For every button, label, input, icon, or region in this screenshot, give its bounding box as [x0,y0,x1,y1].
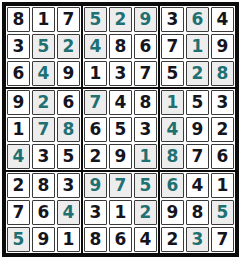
cell-r2c3[interactable]: 2 [57,34,80,59]
sudoku-board: 8173526495294861373647195289261784357486… [2,2,239,257]
box-7: 283764591 [5,171,82,254]
cell-r3c8[interactable]: 2 [186,61,209,86]
cell-r6c1[interactable]: 4 [7,144,30,169]
cell-r5c5[interactable]: 5 [109,117,132,142]
cell-r4c8[interactable]: 5 [186,90,209,115]
cell-r8c2[interactable]: 6 [32,200,55,225]
box-4: 926178435 [5,88,82,171]
cell-r8c5[interactable]: 1 [109,200,132,225]
cell-r6c4[interactable]: 2 [84,144,107,169]
box-1: 817352649 [5,5,82,88]
cell-r7c8[interactable]: 4 [186,173,209,198]
cell-r1c6[interactable]: 9 [134,7,157,32]
cell-r4c7[interactable]: 1 [161,90,184,115]
cell-r7c9[interactable]: 1 [211,173,234,198]
cell-r8c4[interactable]: 3 [84,200,107,225]
cell-r9c1[interactable]: 5 [7,227,30,252]
cell-r4c3[interactable]: 6 [57,90,80,115]
cell-r5c4[interactable]: 6 [84,117,107,142]
cell-r5c3[interactable]: 8 [57,117,80,142]
cell-r2c1[interactable]: 3 [7,34,30,59]
cell-r4c2[interactable]: 2 [32,90,55,115]
cell-r8c1[interactable]: 7 [7,200,30,225]
cell-r7c7[interactable]: 6 [161,173,184,198]
cell-r7c4[interactable]: 9 [84,173,107,198]
cell-r1c2[interactable]: 1 [32,7,55,32]
cell-r3c5[interactable]: 3 [109,61,132,86]
box-5: 748653291 [82,88,159,171]
cell-r2c9[interactable]: 9 [211,34,234,59]
cell-r3c1[interactable]: 6 [7,61,30,86]
cell-r6c2[interactable]: 3 [32,144,55,169]
cell-r9c8[interactable]: 3 [186,227,209,252]
cell-r8c3[interactable]: 4 [57,200,80,225]
box-8: 975312864 [82,171,159,254]
cell-r2c8[interactable]: 1 [186,34,209,59]
cell-r9c2[interactable]: 9 [32,227,55,252]
cell-r9c6[interactable]: 4 [134,227,157,252]
cell-r3c4[interactable]: 1 [84,61,107,86]
box-3: 364719528 [159,5,236,88]
cell-r4c6[interactable]: 8 [134,90,157,115]
cell-r7c5[interactable]: 7 [109,173,132,198]
cell-r7c6[interactable]: 5 [134,173,157,198]
cell-r3c7[interactable]: 5 [161,61,184,86]
cell-r6c3[interactable]: 5 [57,144,80,169]
cell-r6c5[interactable]: 9 [109,144,132,169]
cell-r7c1[interactable]: 2 [7,173,30,198]
cell-r8c6[interactable]: 2 [134,200,157,225]
cell-r8c7[interactable]: 9 [161,200,184,225]
cell-r9c7[interactable]: 2 [161,227,184,252]
cell-r3c3[interactable]: 9 [57,61,80,86]
cell-r7c2[interactable]: 8 [32,173,55,198]
cell-r5c8[interactable]: 9 [186,117,209,142]
cell-r6c6[interactable]: 1 [134,144,157,169]
sudoku-page: 8173526495294861373647195289261784357486… [0,0,240,259]
cell-r3c6[interactable]: 7 [134,61,157,86]
cell-r5c2[interactable]: 7 [32,117,55,142]
cell-r3c9[interactable]: 8 [211,61,234,86]
cell-r9c9[interactable]: 7 [211,227,234,252]
cell-r1c9[interactable]: 4 [211,7,234,32]
cell-r1c3[interactable]: 7 [57,7,80,32]
cell-r5c9[interactable]: 2 [211,117,234,142]
box-2: 529486137 [82,5,159,88]
cell-r7c3[interactable]: 3 [57,173,80,198]
cell-r9c4[interactable]: 8 [84,227,107,252]
cell-r1c5[interactable]: 2 [109,7,132,32]
cell-r5c7[interactable]: 4 [161,117,184,142]
cell-r1c4[interactable]: 5 [84,7,107,32]
cell-r6c8[interactable]: 7 [186,144,209,169]
cell-r4c9[interactable]: 3 [211,90,234,115]
cell-r6c9[interactable]: 6 [211,144,234,169]
cell-r8c8[interactable]: 8 [186,200,209,225]
cell-r4c4[interactable]: 7 [84,90,107,115]
box-9: 641985237 [159,171,236,254]
cell-r4c1[interactable]: 9 [7,90,30,115]
cell-r9c3[interactable]: 1 [57,227,80,252]
box-6: 153492876 [159,88,236,171]
cell-r8c9[interactable]: 5 [211,200,234,225]
cell-r4c5[interactable]: 4 [109,90,132,115]
cell-r1c8[interactable]: 6 [186,7,209,32]
cell-r2c6[interactable]: 6 [134,34,157,59]
cell-r3c2[interactable]: 4 [32,61,55,86]
cell-r2c4[interactable]: 4 [84,34,107,59]
cell-r2c2[interactable]: 5 [32,34,55,59]
cell-r2c7[interactable]: 7 [161,34,184,59]
cell-r9c5[interactable]: 6 [109,227,132,252]
cell-r2c5[interactable]: 8 [109,34,132,59]
cell-r5c6[interactable]: 3 [134,117,157,142]
cell-r6c7[interactable]: 8 [161,144,184,169]
cell-r5c1[interactable]: 1 [7,117,30,142]
cell-r1c1[interactable]: 8 [7,7,30,32]
cell-r1c7[interactable]: 3 [161,7,184,32]
